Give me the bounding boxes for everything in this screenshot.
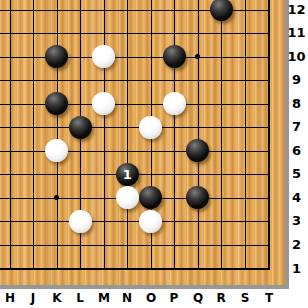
grid-line-h-3 [0, 221, 270, 222]
white-stone-O7 [139, 116, 162, 139]
black-stone-K10 [45, 45, 68, 68]
col-label-O: O [141, 289, 161, 308]
grid-line-v-Q [198, 0, 199, 270]
row-label-8: 8 [285, 95, 308, 113]
black-stone-Q6 [186, 139, 209, 162]
white-stone-P8 [163, 92, 186, 115]
black-stone-K8 [45, 92, 68, 115]
grid-line-h-9 [0, 80, 270, 81]
grid-line-v-J [33, 0, 34, 270]
row-label-7: 7 [285, 118, 308, 136]
star-point-Q10 [195, 54, 200, 59]
col-label-P: P [164, 289, 184, 308]
grid-line-v-T [268, 0, 270, 270]
grid-line-h-1 [0, 268, 270, 270]
row-label-4: 4 [285, 189, 308, 207]
go-board[interactable]: 1 [0, 0, 285, 285]
col-label-Q: Q [188, 289, 208, 308]
row-label-1: 1 [285, 260, 308, 278]
grid-line-h-7 [0, 127, 270, 128]
col-label-J: J [23, 289, 43, 308]
grid-line-v-N [127, 0, 128, 270]
white-stone-M10 [92, 45, 115, 68]
white-stone-K6 [45, 139, 68, 162]
grid-line-v-K [57, 0, 58, 270]
row-label-11: 11 [285, 24, 308, 42]
marked-black-stone-N5: 1 [116, 163, 139, 186]
row-label-9: 9 [285, 71, 308, 89]
grid-line-h-6 [0, 151, 270, 152]
row-label-10: 10 [285, 48, 308, 66]
row-label-2: 2 [285, 236, 308, 254]
grid-line-h-8 [0, 104, 270, 105]
grid-line-v-P [174, 0, 175, 270]
white-stone-N4 [116, 186, 139, 209]
grid-line-v-M [104, 0, 105, 270]
move-number-label: 1 [116, 163, 139, 186]
row-label-12: 12 [285, 1, 308, 19]
col-label-S: S [235, 289, 255, 308]
row-label-5: 5 [285, 165, 308, 183]
grid-line-v-H [10, 0, 11, 270]
col-label-L: L [70, 289, 90, 308]
grid-line-h-2 [0, 245, 270, 246]
col-label-M: M [94, 289, 114, 308]
black-stone-O4 [139, 186, 162, 209]
col-label-N: N [117, 289, 137, 308]
black-stone-L7 [69, 116, 92, 139]
black-stone-P10 [163, 45, 186, 68]
black-stone-Q4 [186, 186, 209, 209]
white-stone-O3 [139, 210, 162, 233]
grid-line-v-R [221, 0, 222, 270]
grid-line-h-10 [0, 57, 270, 58]
col-label-T: T [259, 289, 279, 308]
white-stone-L3 [69, 210, 92, 233]
go-board-screenshot: 1 HJKLMNOPQRST 121110987654321 [0, 0, 308, 308]
col-label-R: R [211, 289, 231, 308]
col-label-K: K [47, 289, 67, 308]
col-label-H: H [0, 289, 20, 308]
grid-line-h-11 [0, 33, 270, 34]
grid-line-v-S [245, 0, 246, 270]
row-label-6: 6 [285, 142, 308, 160]
white-stone-M8 [92, 92, 115, 115]
black-stone-R12 [210, 0, 233, 21]
row-label-3: 3 [285, 212, 308, 230]
star-point-K4 [54, 195, 59, 200]
